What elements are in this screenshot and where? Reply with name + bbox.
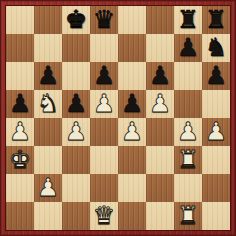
square-h7[interactable]: ♞: [202, 34, 230, 62]
square-f1[interactable]: [146, 202, 174, 230]
square-d8[interactable]: ♛: [90, 6, 118, 34]
piece-black-pawn[interactable]: ♟: [149, 63, 171, 88]
square-e1[interactable]: [118, 202, 146, 230]
square-h5[interactable]: [202, 90, 230, 118]
chess-board: ♚♛♜♜♟♞♟♟♟♟♟♞♟♟♟♟♟♟♟♟♟♚♜♟♛♜: [6, 6, 230, 230]
piece-white-knight[interactable]: ♞: [37, 91, 59, 116]
piece-white-pawn[interactable]: ♟: [93, 91, 115, 116]
square-c5[interactable]: ♟: [62, 90, 90, 118]
square-h4[interactable]: ♟: [202, 118, 230, 146]
square-d4[interactable]: [90, 118, 118, 146]
piece-white-rook[interactable]: ♜: [177, 147, 199, 172]
square-g8[interactable]: ♜: [174, 6, 202, 34]
square-a8[interactable]: [6, 6, 34, 34]
square-h8[interactable]: ♜: [202, 6, 230, 34]
square-d1[interactable]: ♛: [90, 202, 118, 230]
square-e8[interactable]: [118, 6, 146, 34]
square-d5[interactable]: ♟: [90, 90, 118, 118]
square-e2[interactable]: [118, 174, 146, 202]
piece-white-rook[interactable]: ♜: [177, 203, 199, 228]
square-f7[interactable]: [146, 34, 174, 62]
square-f6[interactable]: ♟: [146, 62, 174, 90]
square-b3[interactable]: [34, 146, 62, 174]
square-e4[interactable]: ♟: [118, 118, 146, 146]
square-g7[interactable]: ♟: [174, 34, 202, 62]
piece-white-pawn[interactable]: ♟: [37, 175, 59, 200]
square-f2[interactable]: [146, 174, 174, 202]
square-h2[interactable]: [202, 174, 230, 202]
square-f4[interactable]: [146, 118, 174, 146]
square-f3[interactable]: [146, 146, 174, 174]
piece-black-pawn[interactable]: ♟: [37, 63, 59, 88]
square-g1[interactable]: ♜: [174, 202, 202, 230]
piece-black-queen[interactable]: ♛: [93, 7, 115, 32]
square-c4[interactable]: ♟: [62, 118, 90, 146]
square-b1[interactable]: [34, 202, 62, 230]
square-a7[interactable]: [6, 34, 34, 62]
square-b6[interactable]: ♟: [34, 62, 62, 90]
piece-black-pawn[interactable]: ♟: [177, 35, 199, 60]
square-d2[interactable]: [90, 174, 118, 202]
square-b7[interactable]: [34, 34, 62, 62]
piece-black-pawn[interactable]: ♟: [121, 91, 143, 116]
piece-black-pawn[interactable]: ♟: [93, 63, 115, 88]
square-f8[interactable]: [146, 6, 174, 34]
piece-white-pawn[interactable]: ♟: [149, 91, 171, 116]
piece-white-pawn[interactable]: ♟: [65, 119, 87, 144]
square-a3[interactable]: ♚: [6, 146, 34, 174]
square-g6[interactable]: [174, 62, 202, 90]
piece-white-king[interactable]: ♚: [9, 147, 31, 172]
piece-black-rook[interactable]: ♜: [177, 7, 199, 32]
square-d7[interactable]: [90, 34, 118, 62]
square-e6[interactable]: [118, 62, 146, 90]
square-d3[interactable]: [90, 146, 118, 174]
square-c8[interactable]: ♚: [62, 6, 90, 34]
square-a2[interactable]: [6, 174, 34, 202]
square-c1[interactable]: [62, 202, 90, 230]
piece-black-knight[interactable]: ♞: [205, 35, 227, 60]
square-a6[interactable]: [6, 62, 34, 90]
square-g2[interactable]: [174, 174, 202, 202]
piece-white-pawn[interactable]: ♟: [205, 119, 227, 144]
piece-white-pawn[interactable]: ♟: [121, 119, 143, 144]
piece-black-pawn[interactable]: ♟: [65, 91, 87, 116]
square-g5[interactable]: [174, 90, 202, 118]
square-h6[interactable]: ♟: [202, 62, 230, 90]
piece-black-pawn[interactable]: ♟: [9, 91, 31, 116]
board-frame: ♚♛♜♜♟♞♟♟♟♟♟♞♟♟♟♟♟♟♟♟♟♚♜♟♛♜: [0, 0, 236, 236]
square-b4[interactable]: [34, 118, 62, 146]
square-a4[interactable]: ♟: [6, 118, 34, 146]
square-e5[interactable]: ♟: [118, 90, 146, 118]
square-e7[interactable]: [118, 34, 146, 62]
square-e3[interactable]: [118, 146, 146, 174]
square-b5[interactable]: ♞: [34, 90, 62, 118]
square-c2[interactable]: [62, 174, 90, 202]
square-g4[interactable]: ♟: [174, 118, 202, 146]
piece-white-pawn[interactable]: ♟: [9, 119, 31, 144]
piece-black-pawn[interactable]: ♟: [205, 63, 227, 88]
piece-white-queen[interactable]: ♛: [93, 203, 115, 228]
square-h1[interactable]: [202, 202, 230, 230]
piece-white-pawn[interactable]: ♟: [177, 119, 199, 144]
piece-black-king[interactable]: ♚: [65, 7, 87, 32]
square-f5[interactable]: ♟: [146, 90, 174, 118]
square-c6[interactable]: [62, 62, 90, 90]
square-b2[interactable]: ♟: [34, 174, 62, 202]
square-g3[interactable]: ♜: [174, 146, 202, 174]
square-b8[interactable]: [34, 6, 62, 34]
square-d6[interactable]: ♟: [90, 62, 118, 90]
square-h3[interactable]: [202, 146, 230, 174]
square-a1[interactable]: [6, 202, 34, 230]
square-c3[interactable]: [62, 146, 90, 174]
piece-black-rook[interactable]: ♜: [205, 7, 227, 32]
square-c7[interactable]: [62, 34, 90, 62]
square-a5[interactable]: ♟: [6, 90, 34, 118]
